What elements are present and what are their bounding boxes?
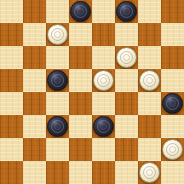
square-g3[interactable] [138,115,161,138]
black-man[interactable] [162,93,183,114]
white-man[interactable] [162,139,183,160]
square-f4[interactable] [115,92,138,115]
square-d4[interactable] [69,92,92,115]
square-e7[interactable] [92,23,115,46]
black-man[interactable] [70,1,91,22]
square-b7 [23,23,46,46]
square-g4 [138,92,161,115]
square-h3 [161,115,184,138]
square-f5 [115,69,138,92]
square-e2 [92,138,115,161]
square-d5 [69,69,92,92]
square-a3[interactable] [0,115,23,138]
checkers-board [0,0,184,184]
square-c1[interactable] [46,161,69,184]
white-man[interactable] [116,47,137,68]
white-man[interactable] [139,162,160,183]
square-b5 [23,69,46,92]
square-f1 [115,161,138,184]
square-a6 [0,46,23,69]
square-h4[interactable] [161,92,184,115]
square-d6[interactable] [69,46,92,69]
square-f6[interactable] [115,46,138,69]
square-c3[interactable] [46,115,69,138]
square-c2 [46,138,69,161]
square-g8 [138,0,161,23]
square-g7[interactable] [138,23,161,46]
square-b6[interactable] [23,46,46,69]
square-b4[interactable] [23,92,46,115]
square-g5[interactable] [138,69,161,92]
square-a1[interactable] [0,161,23,184]
white-man[interactable] [139,70,160,91]
square-g6 [138,46,161,69]
square-c7[interactable] [46,23,69,46]
black-man[interactable] [47,70,68,91]
square-d1 [69,161,92,184]
square-e5[interactable] [92,69,115,92]
square-f7 [115,23,138,46]
black-man[interactable] [47,116,68,137]
square-c8 [46,0,69,23]
square-a5[interactable] [0,69,23,92]
square-f3 [115,115,138,138]
square-c6 [46,46,69,69]
square-h7 [161,23,184,46]
white-man[interactable] [47,24,68,45]
square-g1[interactable] [138,161,161,184]
square-h2[interactable] [161,138,184,161]
square-h5 [161,69,184,92]
square-d2[interactable] [69,138,92,161]
square-f2[interactable] [115,138,138,161]
black-man[interactable] [116,1,137,22]
square-e8 [92,0,115,23]
square-d3 [69,115,92,138]
square-b2[interactable] [23,138,46,161]
square-h1 [161,161,184,184]
square-f8[interactable] [115,0,138,23]
square-e6 [92,46,115,69]
square-c5[interactable] [46,69,69,92]
square-d8[interactable] [69,0,92,23]
square-a4 [0,92,23,115]
square-a8 [0,0,23,23]
white-man[interactable] [93,70,114,91]
square-b3 [23,115,46,138]
square-b1 [23,161,46,184]
square-c4 [46,92,69,115]
square-h6[interactable] [161,46,184,69]
square-a7[interactable] [0,23,23,46]
square-e1[interactable] [92,161,115,184]
square-b8[interactable] [23,0,46,23]
square-g2 [138,138,161,161]
square-h8[interactable] [161,0,184,23]
black-man[interactable] [93,116,114,137]
square-a2 [0,138,23,161]
square-e3[interactable] [92,115,115,138]
square-e4 [92,92,115,115]
square-d7 [69,23,92,46]
